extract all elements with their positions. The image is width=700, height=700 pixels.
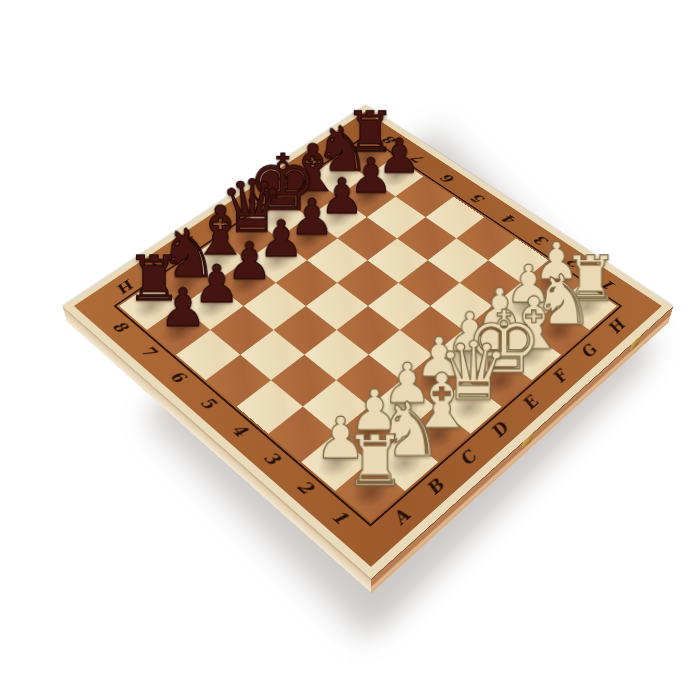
piece-black-pawn-a7[interactable]: ♟ [112,283,255,333]
piece-white-rook-a1[interactable]: ♜ [296,429,453,495]
squares: ♜♞♝♛♚♝♞♜♟♟♟♟♟♟♟♟♟♟♟♟♟♟♟♟♜♞♝♛♚♝♞♜ [119,138,617,521]
chess-board: ♜♞♝♛♚♝♞♜♟♟♟♟♟♟♟♟♟♟♟♟♟♟♟♟♜♞♝♛♚♝♞♜ AABBCCD… [63,105,674,579]
photo-scene: ♜♞♝♛♚♝♞♜♟♟♟♟♟♟♟♟♟♟♟♟♟♟♟♟♜♞♝♛♚♝♞♜ AABBCCD… [0,0,700,700]
board-face: ♜♞♝♛♚♝♞♜♟♟♟♟♟♟♟♟♟♟♟♟♟♟♟♟♜♞♝♛♚♝♞♜ AABBCCD… [63,105,674,579]
